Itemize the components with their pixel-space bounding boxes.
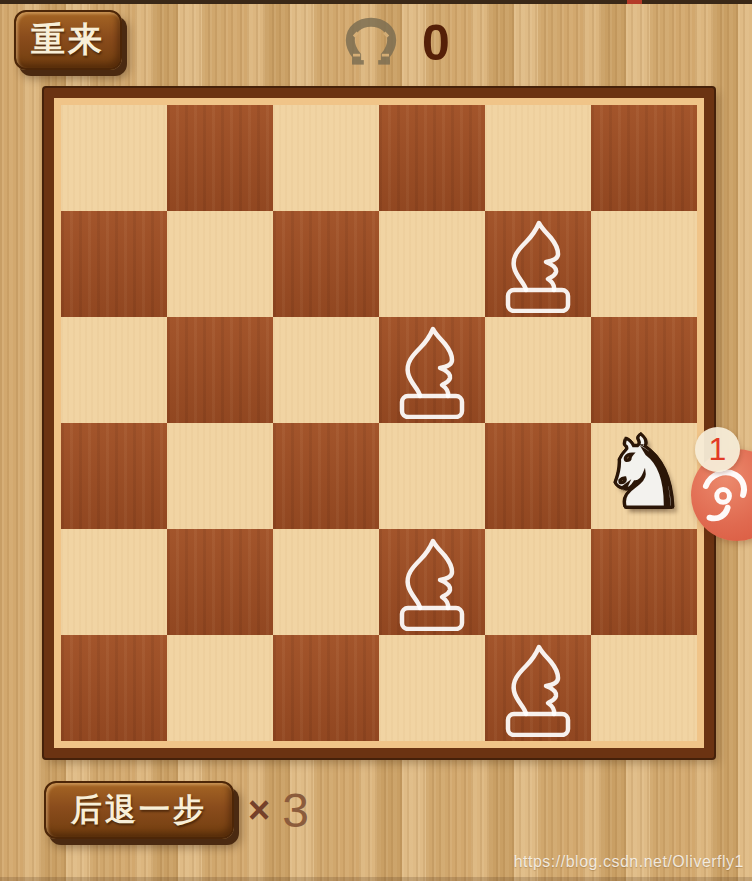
move-counter-value: 0 [422, 16, 450, 70]
square-b3[interactable] [167, 423, 273, 529]
square-d2[interactable] [379, 529, 485, 635]
square-c4[interactable] [273, 317, 379, 423]
square-b4[interactable] [167, 317, 273, 423]
top-edge-strip [0, 0, 752, 4]
cyclone-icon [695, 466, 752, 524]
square-e5[interactable] [485, 211, 591, 317]
square-c3[interactable] [273, 423, 379, 529]
square-a5[interactable] [61, 211, 167, 317]
square-a3[interactable] [61, 423, 167, 529]
top-edge-red-fragment [627, 0, 642, 4]
square-c1[interactable] [273, 635, 379, 741]
bottom-edge-shade [0, 877, 752, 881]
square-b1[interactable] [167, 635, 273, 741]
square-f5[interactable] [591, 211, 697, 317]
square-b2[interactable] [167, 529, 273, 635]
square-c5[interactable] [273, 211, 379, 317]
square-e4[interactable] [485, 317, 591, 423]
square-a1[interactable] [61, 635, 167, 741]
square-c2[interactable] [273, 529, 379, 635]
game-screen: 重来 0 ♞ 1 [0, 0, 752, 881]
move-counter: 0 [344, 16, 450, 70]
square-d6[interactable] [379, 105, 485, 211]
white-knight[interactable]: ♞ [599, 425, 689, 521]
board: ♞ [61, 105, 697, 741]
square-e3[interactable] [485, 423, 591, 529]
square-b6[interactable] [167, 105, 273, 211]
times-symbol: × [248, 789, 270, 832]
notification-badge[interactable]: 1 [695, 427, 740, 472]
ghost-knight-outline-icon [394, 535, 470, 631]
square-e6[interactable] [485, 105, 591, 211]
chess-board-frame: ♞ [44, 88, 714, 758]
square-e2[interactable] [485, 529, 591, 635]
undo-step-button[interactable]: 后退一步 [44, 781, 234, 839]
square-d3[interactable] [379, 423, 485, 529]
restart-button[interactable]: 重来 [14, 10, 122, 70]
square-d4[interactable] [379, 317, 485, 423]
square-a4[interactable] [61, 317, 167, 423]
square-f4[interactable] [591, 317, 697, 423]
square-a2[interactable] [61, 529, 167, 635]
ghost-knight-outline-icon [500, 217, 576, 313]
square-d5[interactable] [379, 211, 485, 317]
square-d1[interactable] [379, 635, 485, 741]
square-f2[interactable] [591, 529, 697, 635]
square-f6[interactable] [591, 105, 697, 211]
square-f1[interactable] [591, 635, 697, 741]
ghost-knight-outline-icon [394, 323, 470, 419]
square-c6[interactable] [273, 105, 379, 211]
undo-remaining-value: 3 [282, 783, 309, 838]
square-e1[interactable] [485, 635, 591, 741]
square-f3[interactable]: ♞ [591, 423, 697, 529]
square-b5[interactable] [167, 211, 273, 317]
watermark: https://blog.csdn.net/Oliverfly1 [514, 853, 744, 871]
ghost-knight-outline-icon [500, 641, 576, 737]
square-a6[interactable] [61, 105, 167, 211]
horseshoe-icon [344, 16, 398, 70]
undo-remaining-count: × 3 [248, 783, 309, 838]
